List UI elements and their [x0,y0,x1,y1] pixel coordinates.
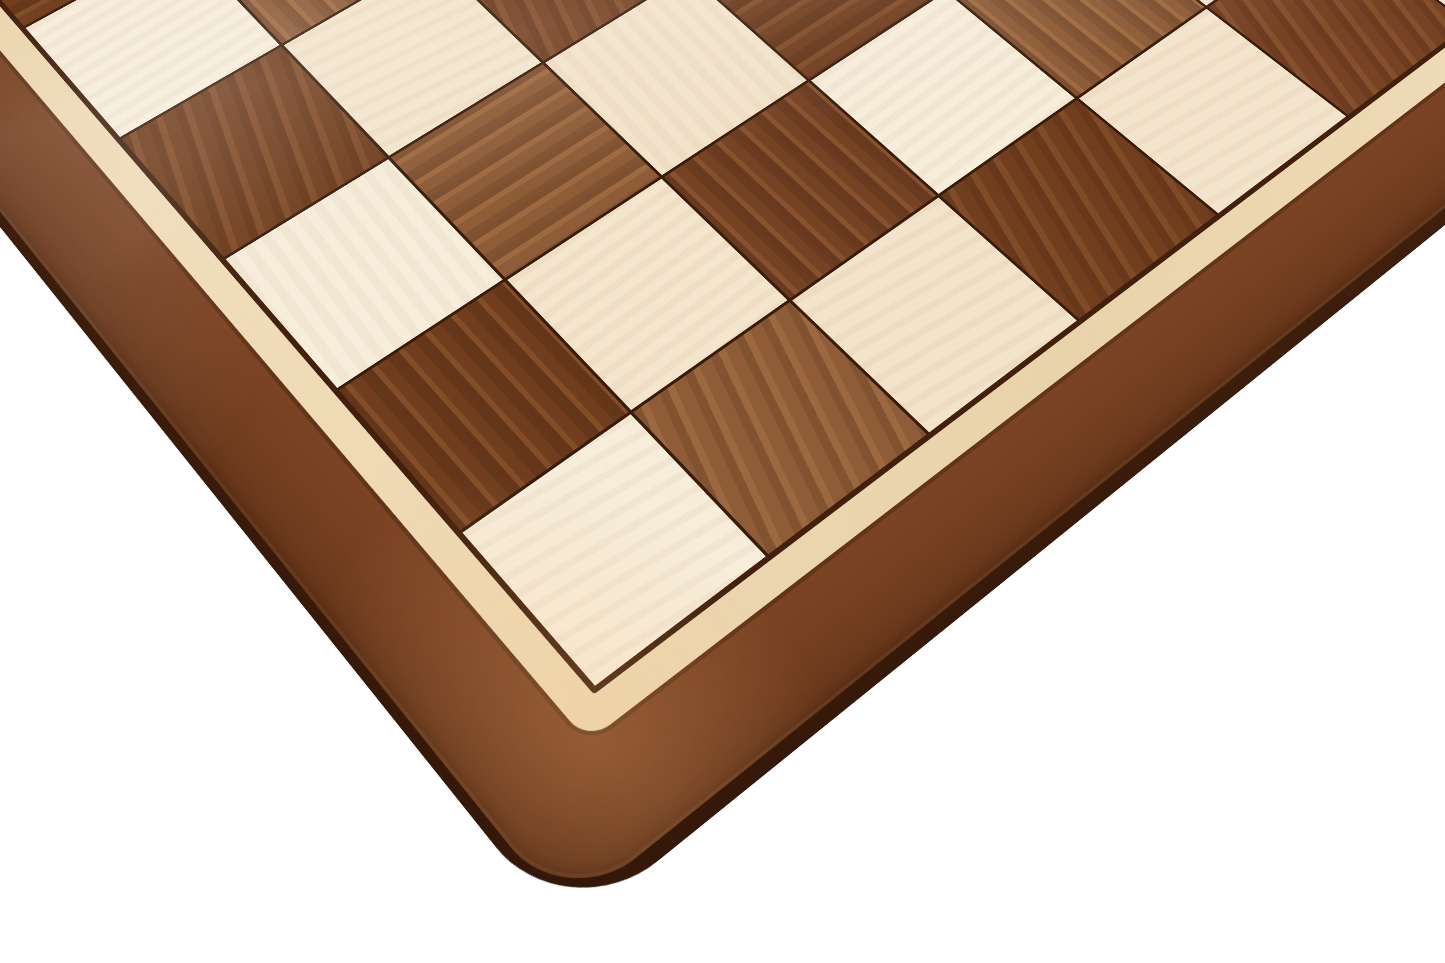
chessboard-photo [0,0,1445,963]
board-frame [0,0,1445,915]
chess-board [0,0,1445,915]
board-squares-grid [0,0,1445,686]
